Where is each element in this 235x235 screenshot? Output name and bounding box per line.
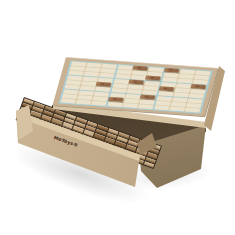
board-grid bbox=[59, 60, 213, 113]
sudoku-box bbox=[154, 96, 203, 112]
sudoku-box bbox=[107, 93, 156, 109]
product-photo: MoToys® bbox=[0, 0, 235, 235]
sudoku-cell bbox=[61, 99, 77, 104]
sudoku-cell bbox=[91, 101, 107, 106]
sudoku-cell bbox=[76, 100, 92, 105]
sudoku-cell bbox=[123, 103, 139, 108]
sudoku-cell bbox=[154, 105, 170, 110]
sudoku-cell bbox=[185, 107, 201, 112]
board-tile bbox=[145, 76, 161, 81]
sudoku-cell bbox=[107, 102, 123, 107]
sudoku-cell bbox=[170, 106, 186, 111]
sudoku-cell bbox=[138, 104, 154, 109]
sudoku-box bbox=[61, 90, 110, 106]
